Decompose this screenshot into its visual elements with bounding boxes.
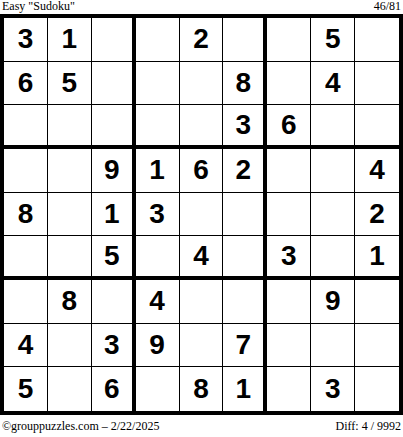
cell-r9c7[interactable] — [267, 367, 311, 411]
cell-r3c8[interactable] — [311, 105, 355, 149]
footer: ©grouppuzzles.com – 2/22/2025 Diff: 4 / … — [0, 415, 403, 437]
cell-r4c1[interactable] — [4, 149, 48, 193]
cell-r6c3[interactable]: 5 — [92, 236, 136, 280]
cell-r1c3[interactable] — [92, 18, 136, 62]
cell-r9c8[interactable]: 3 — [311, 367, 355, 411]
cell-r5c8[interactable] — [311, 193, 355, 237]
cell-r5c6[interactable] — [223, 193, 267, 237]
cell-r9c6[interactable]: 1 — [223, 367, 267, 411]
cell-r3c9[interactable] — [355, 105, 399, 149]
cell-r2c1[interactable]: 6 — [4, 62, 48, 106]
cell-r2c9[interactable] — [355, 62, 399, 106]
sudoku-board: 31256584369162481325431849439756813 — [0, 14, 403, 415]
cell-r7c9[interactable] — [355, 280, 399, 324]
cell-r8c8[interactable] — [311, 324, 355, 368]
cell-r2c8[interactable]: 4 — [311, 62, 355, 106]
empty-cell-count: 46/81 — [374, 0, 401, 13]
copyright-text: ©grouppuzzles.com – 2/22/2025 — [2, 420, 159, 433]
cell-r9c2[interactable] — [48, 367, 92, 411]
cell-r4c8[interactable] — [311, 149, 355, 193]
cell-r7c1[interactable] — [4, 280, 48, 324]
cell-r8c4[interactable]: 9 — [136, 324, 180, 368]
cell-r1c7[interactable] — [267, 18, 311, 62]
cell-r4c6[interactable]: 2 — [223, 149, 267, 193]
cell-r6c8[interactable] — [311, 236, 355, 280]
cell-r8c1[interactable]: 4 — [4, 324, 48, 368]
cell-r7c3[interactable] — [92, 280, 136, 324]
cell-r9c9[interactable] — [355, 367, 399, 411]
cell-r5c1[interactable]: 8 — [4, 193, 48, 237]
cell-r8c7[interactable] — [267, 324, 311, 368]
cell-r5c7[interactable] — [267, 193, 311, 237]
cell-r5c9[interactable]: 2 — [355, 193, 399, 237]
cell-r7c5[interactable] — [180, 280, 224, 324]
cell-r7c6[interactable] — [223, 280, 267, 324]
cell-r6c5[interactable]: 4 — [180, 236, 224, 280]
cell-r4c4[interactable]: 1 — [136, 149, 180, 193]
cell-r2c5[interactable] — [180, 62, 224, 106]
cell-r9c1[interactable]: 5 — [4, 367, 48, 411]
cell-r3c7[interactable]: 6 — [267, 105, 311, 149]
cell-r5c2[interactable] — [48, 193, 92, 237]
cell-r2c7[interactable] — [267, 62, 311, 106]
cell-r9c4[interactable] — [136, 367, 180, 411]
cell-r4c3[interactable]: 9 — [92, 149, 136, 193]
cell-r1c4[interactable] — [136, 18, 180, 62]
cell-r6c6[interactable] — [223, 236, 267, 280]
cell-r7c4[interactable]: 4 — [136, 280, 180, 324]
cell-r8c6[interactable]: 7 — [223, 324, 267, 368]
cell-r9c3[interactable]: 6 — [92, 367, 136, 411]
cell-r4c2[interactable] — [48, 149, 92, 193]
cell-r2c2[interactable]: 5 — [48, 62, 92, 106]
cell-r7c8[interactable]: 9 — [311, 280, 355, 324]
cell-r7c2[interactable]: 8 — [48, 280, 92, 324]
cell-r8c5[interactable] — [180, 324, 224, 368]
cell-r3c2[interactable] — [48, 105, 92, 149]
cell-r8c3[interactable]: 3 — [92, 324, 136, 368]
cell-r2c3[interactable] — [92, 62, 136, 106]
cell-r3c1[interactable] — [4, 105, 48, 149]
puzzle-title: Easy "Sudoku" — [2, 0, 75, 13]
cell-r2c4[interactable] — [136, 62, 180, 106]
cell-r3c6[interactable]: 3 — [223, 105, 267, 149]
cell-r1c6[interactable] — [223, 18, 267, 62]
difficulty-text: Diff: 4 / 9992 — [336, 420, 401, 433]
cell-r8c2[interactable] — [48, 324, 92, 368]
cell-r6c1[interactable] — [4, 236, 48, 280]
cell-r4c7[interactable] — [267, 149, 311, 193]
cell-r3c3[interactable] — [92, 105, 136, 149]
cell-r7c7[interactable] — [267, 280, 311, 324]
cell-r4c5[interactable]: 6 — [180, 149, 224, 193]
cell-r2c6[interactable]: 8 — [223, 62, 267, 106]
cell-r3c4[interactable] — [136, 105, 180, 149]
cell-r5c5[interactable] — [180, 193, 224, 237]
cell-r6c7[interactable]: 3 — [267, 236, 311, 280]
cell-r6c4[interactable] — [136, 236, 180, 280]
cell-r5c4[interactable]: 3 — [136, 193, 180, 237]
cell-r1c5[interactable]: 2 — [180, 18, 224, 62]
cell-r5c3[interactable]: 1 — [92, 193, 136, 237]
cell-r6c2[interactable] — [48, 236, 92, 280]
cell-r9c5[interactable]: 8 — [180, 367, 224, 411]
header: Easy "Sudoku" 46/81 — [0, 0, 403, 14]
cell-r1c9[interactable] — [355, 18, 399, 62]
sudoku-page: Easy "Sudoku" 46/81 31256584369162481325… — [0, 0, 403, 437]
cell-r8c9[interactable] — [355, 324, 399, 368]
cell-r4c9[interactable]: 4 — [355, 149, 399, 193]
cell-r1c1[interactable]: 3 — [4, 18, 48, 62]
cell-r1c2[interactable]: 1 — [48, 18, 92, 62]
cell-r3c5[interactable] — [180, 105, 224, 149]
cell-r1c8[interactable]: 5 — [311, 18, 355, 62]
cell-r6c9[interactable]: 1 — [355, 236, 399, 280]
